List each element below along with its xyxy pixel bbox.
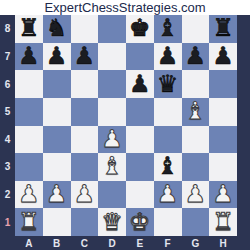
site-title-bar: ExpertChessStrategies.com (0, 0, 250, 15)
file-label-g: G (182, 236, 210, 250)
square-g2: ♟ (182, 181, 210, 209)
black-pawn-e6: ♟ (129, 71, 151, 98)
rank-labels: 87654321 (0, 15, 15, 236)
square-f1 (154, 208, 182, 236)
black-king-e8: ♚ (129, 15, 151, 42)
square-d1: ♛ (98, 208, 126, 236)
square-h6 (209, 70, 237, 98)
black-queen-f6: ♛ (157, 71, 179, 98)
square-h8: ♜ (209, 15, 237, 43)
square-b5 (43, 98, 71, 126)
black-pawn-h7: ♟ (212, 43, 234, 70)
square-e6: ♟ (126, 70, 154, 98)
square-d7 (98, 43, 126, 71)
black-bishop-f8: ♝ (157, 15, 179, 42)
square-h1: ♜ (209, 208, 237, 236)
black-pawn-b7: ♟ (46, 43, 68, 70)
white-bishop-g5: ♝ (185, 98, 207, 125)
file-labels: ABCDEFGH (15, 236, 237, 250)
square-a3 (15, 153, 43, 181)
square-d6 (98, 70, 126, 98)
file-label-d: D (98, 236, 126, 250)
square-f6: ♛ (154, 70, 182, 98)
rank-label-8: 8 (0, 15, 15, 43)
square-a2: ♟ (15, 181, 43, 209)
square-b2: ♟ (43, 181, 71, 209)
square-c8 (71, 15, 99, 43)
file-label-f: F (154, 236, 182, 250)
square-c2: ♟ (71, 181, 99, 209)
square-e1: ♚ (126, 208, 154, 236)
square-a8: ♜ (15, 15, 43, 43)
square-a5 (15, 98, 43, 126)
square-c3 (71, 153, 99, 181)
square-f7: ♟ (154, 43, 182, 71)
white-pawn-f2: ♟ (157, 181, 179, 208)
rank-label-7: 7 (0, 43, 15, 71)
white-pawn-b2: ♟ (46, 181, 68, 208)
square-g6 (182, 70, 210, 98)
square-b6 (43, 70, 71, 98)
square-h3 (209, 153, 237, 181)
square-h7: ♟ (209, 43, 237, 71)
square-d2 (98, 181, 126, 209)
black-pawn-f7: ♟ (157, 43, 179, 70)
white-king-e1: ♚ (129, 209, 151, 236)
square-d5 (98, 98, 126, 126)
square-a6 (15, 70, 43, 98)
square-g1 (182, 208, 210, 236)
rank-label-4: 4 (0, 126, 15, 154)
white-pawn-g2: ♟ (185, 181, 207, 208)
square-f5 (154, 98, 182, 126)
white-rook-a1: ♜ (18, 209, 40, 236)
square-c5 (71, 98, 99, 126)
square-a7: ♟ (15, 43, 43, 71)
square-e4 (126, 126, 154, 154)
square-b7: ♟ (43, 43, 71, 71)
square-g8 (182, 15, 210, 43)
square-f2: ♟ (154, 181, 182, 209)
square-b3 (43, 153, 71, 181)
square-b1 (43, 208, 71, 236)
white-pawn-c2: ♟ (74, 181, 96, 208)
square-c4 (71, 126, 99, 154)
square-h4 (209, 126, 237, 154)
square-a1: ♜ (15, 208, 43, 236)
rank-label-2: 2 (0, 181, 15, 209)
square-f3: ♝ (154, 153, 182, 181)
square-f4 (154, 126, 182, 154)
square-e7 (126, 43, 154, 71)
rank-label-6: 6 (0, 70, 15, 98)
square-g5: ♝ (182, 98, 210, 126)
chess-board: ♜♞♚♝♜♟♟♟♟♟♟♟♛♝♟♝♝♟♟♟♟♟♟♜♛♚♜ (15, 15, 237, 236)
file-label-b: B (43, 236, 71, 250)
square-d4: ♟ (98, 126, 126, 154)
white-pawn-d4: ♟ (101, 126, 123, 153)
black-pawn-a7: ♟ (18, 43, 40, 70)
black-bishop-f3: ♝ (157, 153, 179, 180)
square-e3 (126, 153, 154, 181)
rank-label-5: 5 (0, 98, 15, 126)
file-label-h: H (209, 236, 237, 250)
white-bishop-d3: ♝ (101, 153, 123, 180)
rank-label-3: 3 (0, 153, 15, 181)
square-e5 (126, 98, 154, 126)
square-h5 (209, 98, 237, 126)
file-label-c: C (71, 236, 99, 250)
square-e8: ♚ (126, 15, 154, 43)
square-g4 (182, 126, 210, 154)
white-pawn-a2: ♟ (18, 181, 40, 208)
site-title: ExpertChessStrategies.com (44, 0, 205, 15)
square-d8 (98, 15, 126, 43)
file-label-a: A (15, 236, 43, 250)
white-rook-h1: ♜ (212, 209, 234, 236)
square-b8: ♞ (43, 15, 71, 43)
black-rook-a8: ♜ (18, 15, 40, 42)
black-pawn-c7: ♟ (74, 43, 96, 70)
square-c1 (71, 208, 99, 236)
black-pawn-g7: ♟ (185, 43, 207, 70)
white-pawn-h2: ♟ (212, 181, 234, 208)
square-g7: ♟ (182, 43, 210, 71)
rank-label-1: 1 (0, 208, 15, 236)
square-g3 (182, 153, 210, 181)
square-b4 (43, 126, 71, 154)
black-knight-b8: ♞ (46, 15, 68, 42)
square-h2: ♟ (209, 181, 237, 209)
file-label-e: E (126, 236, 154, 250)
square-c7: ♟ (71, 43, 99, 71)
square-c6 (71, 70, 99, 98)
black-rook-h8: ♜ (212, 15, 234, 42)
square-d3: ♝ (98, 153, 126, 181)
white-queen-d1: ♛ (101, 209, 123, 236)
square-e2 (126, 181, 154, 209)
square-f8: ♝ (154, 15, 182, 43)
square-a4 (15, 126, 43, 154)
